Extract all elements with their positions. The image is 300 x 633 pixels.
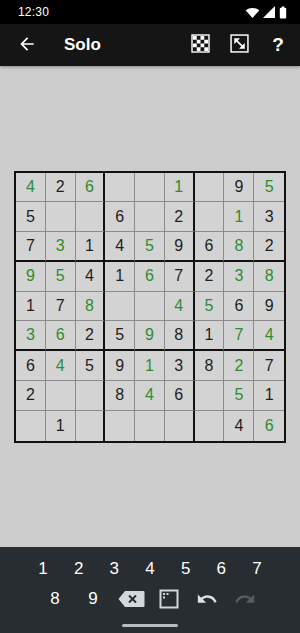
cell-r7c4[interactable]: 9 (105, 351, 135, 381)
cell-r3c8[interactable]: 8 (224, 232, 254, 262)
cell-r7c1[interactable]: 6 (16, 351, 46, 381)
key-7[interactable]: 7 (244, 556, 270, 582)
cell-r6c2[interactable]: 6 (46, 321, 76, 351)
cell-r5c2[interactable]: 7 (46, 292, 76, 322)
cell-r5c8[interactable]: 6 (224, 292, 254, 322)
cell-r2c2[interactable] (46, 202, 76, 232)
cell-r2c7[interactable] (195, 202, 225, 232)
cell-r6c8[interactable]: 7 (224, 321, 254, 351)
cell-r3c3[interactable]: 1 (76, 232, 106, 262)
cell-r3c2[interactable]: 3 (46, 232, 76, 262)
cell-r4c5[interactable]: 6 (135, 262, 165, 292)
cell-r9c5[interactable] (135, 411, 165, 441)
redo-button[interactable] (232, 586, 258, 612)
cell-r5c7[interactable]: 5 (195, 292, 225, 322)
cell-r5c9[interactable]: 9 (254, 292, 284, 322)
cell-r6c3[interactable]: 2 (76, 321, 106, 351)
status-time: 12:30 (18, 5, 49, 19)
cell-r8c9[interactable]: 1 (254, 381, 284, 411)
back-button[interactable] (10, 27, 44, 63)
cell-r1c7[interactable] (195, 173, 225, 203)
cell-r9c2[interactable]: 1 (46, 411, 76, 441)
status-icons (245, 6, 292, 19)
cell-r8c1[interactable]: 2 (16, 381, 46, 411)
key-8[interactable]: 8 (42, 586, 68, 612)
game-type-button[interactable] (183, 27, 217, 63)
cell-r4c1[interactable]: 9 (16, 262, 46, 292)
cell-r9c6[interactable] (165, 411, 195, 441)
app-bar: Solo (0, 24, 300, 66)
cell-r6c6[interactable]: 8 (165, 321, 195, 351)
status-bar: 12:30 (0, 0, 300, 24)
cell-r7c2[interactable]: 4 (46, 351, 76, 381)
wifi-icon (245, 6, 260, 18)
cell-r2c5[interactable] (135, 202, 165, 232)
cell-r2c3[interactable] (76, 202, 106, 232)
key-2[interactable]: 2 (66, 556, 92, 582)
cell-r4c8[interactable]: 3 (224, 262, 254, 292)
key-4[interactable]: 4 (137, 556, 163, 582)
cell-r8c2[interactable] (46, 381, 76, 411)
cell-r7c7[interactable]: 8 (195, 351, 225, 381)
cell-r3c7[interactable]: 6 (195, 232, 225, 262)
cell-r4c2[interactable]: 5 (46, 262, 76, 292)
key-3[interactable]: 3 (101, 556, 127, 582)
cell-r1c1[interactable]: 4 (16, 173, 46, 203)
cell-r7c9[interactable]: 7 (254, 351, 284, 381)
key-9[interactable]: 9 (80, 586, 106, 612)
cell-r3c4[interactable]: 4 (105, 232, 135, 262)
sudoku-board: 4261955621373145968295416723817845693625… (14, 171, 286, 443)
cell-r3c6[interactable]: 9 (165, 232, 195, 262)
cell-r7c8[interactable]: 2 (224, 351, 254, 381)
cell-r5c1[interactable]: 1 (16, 292, 46, 322)
checkerboard-icon (191, 34, 210, 56)
page-title: Solo (64, 35, 101, 55)
cell-r2c8[interactable]: 1 (224, 202, 254, 232)
cell-r9c1[interactable] (16, 411, 46, 441)
cell-r4c9[interactable]: 8 (254, 262, 284, 292)
cell-r8c8[interactable]: 5 (224, 381, 254, 411)
cell-r9c4[interactable] (105, 411, 135, 441)
resize-button[interactable] (222, 27, 256, 63)
cell-r3c1[interactable]: 7 (16, 232, 46, 262)
cell-r4c3[interactable]: 4 (76, 262, 106, 292)
cell-r8c3[interactable] (76, 381, 106, 411)
cell-r7c5[interactable]: 1 (135, 351, 165, 381)
cell-r2c9[interactable]: 3 (254, 202, 284, 232)
cell-r9c8[interactable]: 4 (224, 411, 254, 441)
cell-r6c9[interactable]: 4 (254, 321, 284, 351)
cell-r3c9[interactable]: 2 (254, 232, 284, 262)
resize-diagonal-icon (230, 34, 249, 56)
back-arrow-icon (17, 34, 37, 57)
key-6[interactable]: 6 (208, 556, 234, 582)
cell-r2c1[interactable]: 5 (16, 202, 46, 232)
backspace-button[interactable] (118, 586, 144, 612)
backspace-icon (118, 591, 145, 607)
cell-r1c3[interactable]: 6 (76, 173, 106, 203)
cell-r1c8[interactable]: 9 (224, 173, 254, 203)
home-indicator[interactable] (122, 624, 178, 627)
cell-r2c4[interactable]: 6 (105, 202, 135, 232)
cell-r5c4[interactable] (105, 292, 135, 322)
keypad-row-2: 8 9 (42, 586, 258, 612)
cell-r9c7[interactable] (195, 411, 225, 441)
cell-r8c4[interactable]: 8 (105, 381, 135, 411)
cell-r8c6[interactable]: 6 (165, 381, 195, 411)
pencil-mode-button[interactable] (156, 586, 182, 612)
cell-r6c1[interactable]: 3 (16, 321, 46, 351)
battery-icon (279, 6, 287, 19)
key-1[interactable]: 1 (30, 556, 56, 582)
phone-screen: 12:30 Solo (0, 0, 300, 633)
help-button[interactable]: ? (261, 27, 295, 63)
cell-r4c7[interactable]: 2 (195, 262, 225, 292)
cell-r1c9[interactable]: 5 (254, 173, 284, 203)
cell-r4c4[interactable]: 1 (105, 262, 135, 292)
cell-r5c6[interactable]: 4 (165, 292, 195, 322)
cell-r8c7[interactable] (195, 381, 225, 411)
cell-r1c6[interactable]: 1 (165, 173, 195, 203)
cell-r7c6[interactable]: 3 (165, 351, 195, 381)
cell-r3c5[interactable]: 5 (135, 232, 165, 262)
undo-icon (196, 588, 218, 610)
cell-r2c6[interactable]: 2 (165, 202, 195, 232)
cell-r5c5[interactable] (135, 292, 165, 322)
content-area: 4261955621373145968295416723817845693625… (0, 66, 300, 547)
cell-r6c7[interactable]: 1 (195, 321, 225, 351)
cell-r8c5[interactable]: 4 (135, 381, 165, 411)
cell-r7c3[interactable]: 5 (76, 351, 106, 381)
cell-r1c5[interactable] (135, 173, 165, 203)
number-keypad: 1 2 3 4 5 6 7 8 9 (0, 547, 300, 633)
cell-r6c4[interactable]: 5 (105, 321, 135, 351)
key-5[interactable]: 5 (173, 556, 199, 582)
cell-signal-icon (263, 6, 276, 18)
redo-icon (234, 588, 256, 610)
pencil-notes-icon (159, 589, 179, 609)
cell-r1c4[interactable] (105, 173, 135, 203)
cell-r4c6[interactable]: 7 (165, 262, 195, 292)
cell-r9c3[interactable] (76, 411, 106, 441)
keypad-row-1: 1 2 3 4 5 6 7 (30, 556, 270, 582)
undo-button[interactable] (194, 586, 220, 612)
cell-r1c2[interactable]: 2 (46, 173, 76, 203)
cell-r6c5[interactable]: 9 (135, 321, 165, 351)
cell-r9c9[interactable]: 6 (254, 411, 284, 441)
cell-r5c3[interactable]: 8 (76, 292, 106, 322)
